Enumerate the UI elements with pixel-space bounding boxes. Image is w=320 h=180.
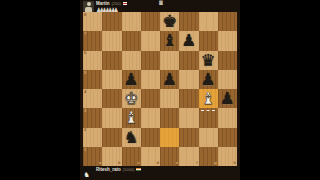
square-a7[interactable]: 7	[83, 31, 102, 50]
square-c1[interactable]: c	[122, 147, 141, 166]
square-a1[interactable]: 1a	[83, 147, 102, 166]
square-g4[interactable]: ♝	[199, 89, 218, 108]
square-h7[interactable]	[218, 31, 237, 50]
black-pawn: ♟	[199, 70, 218, 89]
square-f8[interactable]	[179, 12, 198, 31]
black-pawn: ♟	[179, 31, 198, 50]
square-f3[interactable]	[179, 108, 198, 127]
rank-label-6: 6	[84, 51, 86, 55]
square-d6[interactable]	[141, 51, 160, 70]
square-c5[interactable]: ♟	[122, 70, 141, 89]
square-b5[interactable]	[102, 70, 121, 89]
square-g2[interactable]	[199, 128, 218, 147]
rank-label-7: 7	[84, 32, 86, 36]
square-d3[interactable]	[141, 108, 160, 127]
rank-label-5: 5	[84, 71, 86, 75]
square-h4[interactable]: ♟	[218, 89, 237, 108]
square-e1[interactable]: e	[160, 147, 179, 166]
square-d4[interactable]	[141, 89, 160, 108]
video-column: Martin (250) ♟♟♟♟♟♟♟♞♞♜♜♛··· 8♚7♝♟6♛5♟♟♟…	[80, 0, 240, 180]
black-bishop: ♝	[160, 31, 179, 50]
rank-label-1: 1	[84, 148, 86, 152]
square-b4[interactable]	[102, 89, 121, 108]
square-d1[interactable]: d	[141, 147, 160, 166]
square-h1[interactable]: h	[218, 147, 237, 166]
square-f2[interactable]	[179, 128, 198, 147]
black-pawn: ♟	[160, 70, 179, 89]
square-a4[interactable]: 4	[83, 89, 102, 108]
top-player-info: Martin (250) ♟♟♟♟♟♟♟♞♞♜♜♛···	[96, 0, 127, 13]
square-e8[interactable]: ♚	[160, 12, 179, 31]
square-e4[interactable]	[160, 89, 179, 108]
square-a8[interactable]: 8	[83, 12, 102, 31]
rank-label-3: 3	[84, 109, 86, 113]
square-c7[interactable]	[122, 31, 141, 50]
move-annotation-underline	[201, 110, 215, 111]
square-f5[interactable]	[179, 70, 198, 89]
square-h8[interactable]	[218, 12, 237, 31]
square-e5[interactable]: ♟	[160, 70, 179, 89]
square-h5[interactable]	[218, 70, 237, 89]
square-a2[interactable]: 2	[83, 128, 102, 147]
square-h3[interactable]	[218, 108, 237, 127]
top-player-avatar[interactable]	[83, 1, 94, 12]
square-d2[interactable]	[141, 128, 160, 147]
knight-avatar-icon: ♞	[84, 171, 90, 178]
bottom-player-info: Ritesh_rato (1000)	[96, 166, 141, 172]
bottom-player-avatar[interactable]: ♞	[83, 167, 94, 178]
black-pawn: ♟	[122, 70, 141, 89]
square-e3[interactable]	[160, 108, 179, 127]
square-g8[interactable]	[199, 12, 218, 31]
square-f6[interactable]	[179, 51, 198, 70]
square-h2[interactable]	[218, 128, 237, 147]
rank-label-4: 4	[84, 90, 86, 94]
white-bishop: ♝	[122, 108, 141, 127]
square-a3[interactable]: 3	[83, 108, 102, 127]
top-player-bar: Martin (250) ♟♟♟♟♟♟♟♞♞♜♜♛···	[80, 0, 240, 12]
square-b6[interactable]	[102, 51, 121, 70]
square-b2[interactable]	[102, 128, 121, 147]
square-d5[interactable]	[141, 70, 160, 89]
square-g1[interactable]: g	[199, 147, 218, 166]
chess-board: 8♚7♝♟6♛5♟♟♟4♚♝♟3♝2♞1abcdefgh	[83, 12, 237, 166]
square-a6[interactable]: 6	[83, 51, 102, 70]
square-d8[interactable]	[141, 12, 160, 31]
file-label-f: f	[196, 161, 197, 165]
square-b8[interactable]	[102, 12, 121, 31]
square-e6[interactable]	[160, 51, 179, 70]
square-b1[interactable]: b	[102, 147, 121, 166]
england-flag-icon	[123, 2, 128, 5]
file-label-g: g	[214, 161, 216, 165]
square-c6[interactable]	[122, 51, 141, 70]
square-c8[interactable]	[122, 12, 141, 31]
square-f4[interactable]	[179, 89, 198, 108]
rank-label-2: 2	[84, 128, 86, 132]
file-label-h: h	[234, 161, 236, 165]
white-king: ♚	[122, 89, 141, 108]
avatar-torso	[85, 7, 92, 12]
square-c4[interactable]: ♚	[122, 89, 141, 108]
rank-label-8: 8	[84, 13, 86, 17]
square-b7[interactable]	[102, 31, 121, 50]
square-d7[interactable]	[141, 31, 160, 50]
bottom-player-name-row: Ritesh_rato (1000)	[96, 167, 141, 172]
square-g6[interactable]: ♛	[199, 51, 218, 70]
file-label-c: c	[138, 161, 140, 165]
white-bishop: ♝	[199, 89, 218, 108]
black-queen: ♛	[199, 51, 218, 70]
square-f7[interactable]: ♟	[179, 31, 198, 50]
square-e7[interactable]: ♝	[160, 31, 179, 50]
avatar-head	[87, 2, 91, 6]
square-h6[interactable]	[218, 51, 237, 70]
india-flag-icon	[136, 168, 141, 171]
file-label-e: e	[176, 161, 178, 165]
black-pawn: ♟	[218, 89, 237, 108]
bottom-player-rating: (1000)	[123, 167, 135, 172]
square-f1[interactable]: f	[179, 147, 198, 166]
black-knight: ♞	[122, 128, 141, 147]
bottom-player-name: Ritesh_rato	[96, 167, 121, 172]
square-a5[interactable]: 5	[83, 70, 102, 89]
bottom-player-bar: ♞ Ritesh_rato (1000)	[80, 166, 240, 180]
file-label-d: d	[157, 161, 159, 165]
screenshot-stage: Martin (250) ♟♟♟♟♟♟♟♞♞♜♜♛··· 8♚7♝♟6♛5♟♟♟…	[0, 0, 320, 180]
square-e2[interactable]	[160, 128, 179, 147]
square-g7[interactable]	[199, 31, 218, 50]
file-label-b: b	[118, 161, 120, 165]
black-king: ♚	[160, 12, 179, 31]
square-b3[interactable]	[102, 108, 121, 127]
file-label-a: a	[99, 161, 101, 165]
square-c3[interactable]: ♝	[122, 108, 141, 127]
square-g5[interactable]: ♟	[199, 70, 218, 89]
square-c2[interactable]: ♞	[122, 128, 141, 147]
